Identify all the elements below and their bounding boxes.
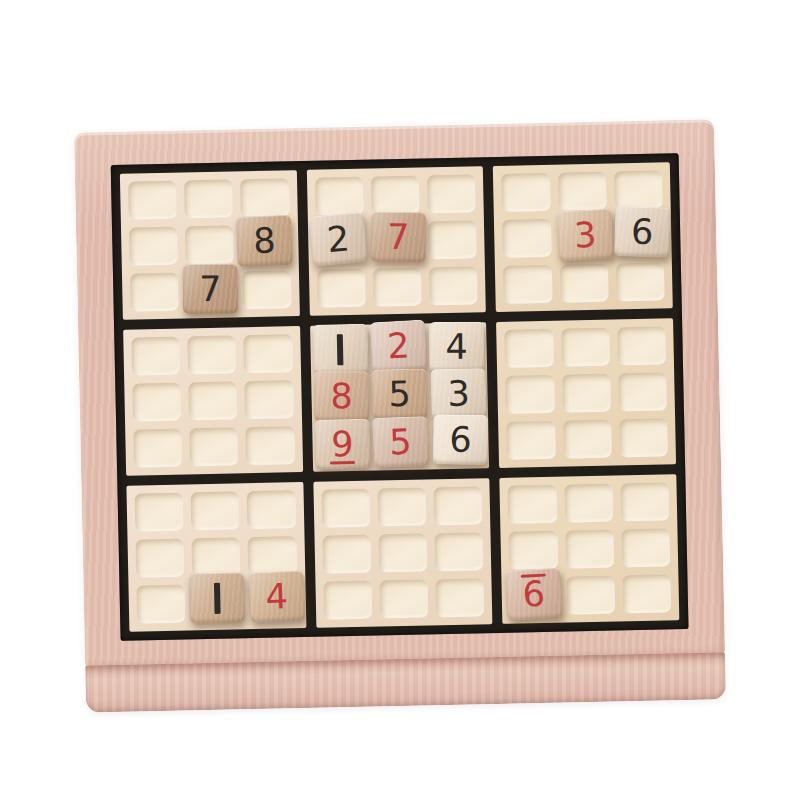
tile-digit: 4	[264, 579, 288, 615]
board-cell[interactable]	[429, 266, 478, 305]
tile-digit: 4	[446, 329, 468, 364]
board-cell[interactable]	[245, 380, 294, 419]
board-cell[interactable]	[621, 528, 670, 567]
board-cell[interactable]	[185, 225, 234, 264]
sudoku-tile[interactable]: 8	[235, 215, 292, 267]
sudoku-tile[interactable]: 6	[433, 414, 489, 465]
board-cell[interactable]	[133, 429, 182, 468]
board-cell[interactable]	[501, 173, 550, 212]
board-cell[interactable]	[192, 537, 241, 576]
tile-digit: 8	[330, 379, 352, 414]
sudoku-tile[interactable]: 6	[614, 206, 671, 258]
board-cell[interactable]: 1	[318, 333, 367, 372]
sudoku-tile[interactable]: 5	[372, 416, 429, 468]
board-cell[interactable]	[377, 487, 426, 526]
tile-digit: 3	[447, 376, 470, 411]
sudoku-board: 872736124853956146	[74, 119, 726, 712]
sudoku-tile[interactable]: 5	[372, 368, 428, 419]
sudoku-tile[interactable]: 1	[312, 324, 368, 375]
board-cell[interactable]	[184, 179, 233, 218]
board-cell[interactable]: 9	[320, 425, 369, 464]
board-cell[interactable]	[508, 485, 557, 524]
tile-digit: 1	[337, 334, 344, 365]
board-cell[interactable]	[240, 178, 289, 217]
board-cell[interactable]	[373, 268, 422, 307]
board-cell[interactable]: 3	[558, 218, 607, 257]
board-cell[interactable]	[617, 326, 666, 365]
tile-digit: 9	[331, 426, 354, 461]
tile-digit: 5	[388, 376, 411, 411]
board-black-mat: 872736124853956146	[111, 153, 689, 641]
board-cell[interactable]	[428, 220, 477, 259]
tile-digit: 8	[252, 223, 276, 259]
board-cell[interactable]	[371, 176, 420, 215]
board-cell[interactable]	[130, 273, 179, 312]
board-cell[interactable]: 6	[432, 422, 481, 461]
board-cell[interactable]	[502, 219, 551, 258]
tile-digit: 6	[449, 422, 472, 457]
board-cell[interactable]	[616, 262, 665, 301]
board-cell[interactable]	[189, 427, 238, 466]
board-box: 87	[120, 170, 300, 320]
board-field: 872736124853956146	[120, 162, 679, 631]
board-cell[interactable]	[129, 227, 178, 266]
board-box: 124853956	[310, 322, 490, 472]
tile-underline-mark	[330, 461, 355, 465]
board-cell[interactable]	[506, 421, 555, 460]
board-cell[interactable]	[509, 531, 558, 570]
sudoku-tile[interactable]: 4	[248, 571, 305, 623]
board-cell[interactable]: 6	[615, 216, 664, 255]
tile-digit: 7	[199, 271, 221, 306]
board-cell[interactable]	[135, 493, 184, 532]
board-cell[interactable]: 3	[431, 376, 480, 415]
board-cell[interactable]	[136, 539, 185, 578]
sudoku-tile[interactable]: 2	[370, 320, 428, 373]
board-cell[interactable]	[434, 486, 483, 525]
board-box: 14	[126, 482, 306, 632]
board-cell[interactable]	[559, 264, 608, 303]
sudoku-tile[interactable]: 7	[370, 212, 426, 263]
board-cell[interactable]	[622, 574, 671, 613]
board-cell[interactable]: 8	[319, 379, 368, 418]
sudoku-tile[interactable]: 8	[314, 371, 369, 421]
board-cell[interactable]	[378, 533, 427, 572]
board-cell[interactable]: 4	[430, 330, 479, 369]
sudoku-tile[interactable]: 9	[314, 419, 370, 470]
sudoku-tile[interactable]: 3	[556, 209, 614, 262]
sudoku-tile[interactable]: 2	[308, 212, 367, 267]
board-cell[interactable]	[191, 491, 240, 530]
sudoku-tile[interactable]: 6	[505, 568, 563, 621]
board-cell[interactable]	[246, 426, 295, 465]
tile-digit: 7	[387, 219, 410, 254]
board-cell[interactable]	[131, 337, 180, 376]
board-cell[interactable]	[427, 174, 476, 213]
board-cell[interactable]	[619, 418, 668, 457]
board-cell[interactable]	[435, 532, 484, 571]
sudoku-tile[interactable]: 1	[189, 572, 245, 623]
tile-digit: 6	[630, 214, 653, 250]
board-cell[interactable]	[505, 329, 554, 368]
board-cell[interactable]	[614, 170, 663, 209]
board-cell[interactable]: 4	[249, 582, 298, 621]
tile-digit: 1	[214, 582, 221, 613]
tile-digit: 3	[573, 217, 597, 253]
board-box	[123, 326, 303, 476]
board-cell[interactable]: 2	[374, 332, 423, 371]
board-cell[interactable]	[562, 374, 611, 413]
board-box: 36	[493, 162, 673, 312]
tile-digit: 2	[386, 328, 410, 364]
board-cell[interactable]	[618, 372, 667, 411]
board-frame: 872736124853956146	[74, 119, 725, 666]
board-cell[interactable]	[321, 489, 370, 528]
sudoku-tile[interactable]: 3	[431, 368, 487, 419]
board-box	[313, 478, 493, 628]
board-box: 6	[500, 474, 680, 624]
board-cell[interactable]	[136, 585, 185, 624]
tile-digit: 6	[522, 576, 546, 612]
board-box: 27	[306, 166, 486, 316]
board-cell[interactable]	[188, 335, 237, 374]
board-cell[interactable]: 8	[241, 224, 290, 263]
board-cell[interactable]	[620, 482, 669, 521]
board-cell[interactable]	[248, 536, 297, 575]
board-cell[interactable]: 6	[510, 577, 559, 616]
board-cell[interactable]	[188, 381, 237, 420]
board-cell[interactable]	[322, 535, 371, 574]
board-cell[interactable]	[561, 328, 610, 367]
board-cell[interactable]	[242, 270, 291, 309]
board-cell[interactable]	[557, 172, 606, 211]
board-cell[interactable]	[379, 579, 428, 618]
board-cell[interactable]	[315, 177, 364, 216]
board-cell[interactable]	[565, 530, 614, 569]
board-cell[interactable]	[132, 383, 181, 422]
tile-digit: 5	[389, 424, 413, 460]
board-cell[interactable]	[436, 578, 485, 617]
board-cell[interactable]	[247, 490, 296, 529]
board-cell[interactable]	[563, 420, 612, 459]
board-cell[interactable]	[244, 334, 293, 373]
board-cell[interactable]	[323, 581, 372, 620]
board-cell[interactable]	[564, 484, 613, 523]
board-cell[interactable]	[566, 576, 615, 615]
board-cell[interactable]	[506, 375, 555, 414]
sudoku-tile[interactable]: 7	[183, 264, 238, 314]
board-cell[interactable]: 7	[186, 271, 235, 310]
board-cell[interactable]: 1	[193, 583, 242, 622]
board-cell[interactable]: 2	[316, 223, 365, 262]
board-cell[interactable]	[317, 269, 366, 308]
board-cell[interactable]: 5	[376, 423, 425, 462]
sudoku-tile[interactable]: 4	[429, 322, 484, 372]
board-cell[interactable]: 5	[375, 378, 424, 417]
tile-digit: 2	[325, 221, 350, 258]
board-cell[interactable]	[128, 181, 177, 220]
board-cell[interactable]: 7	[372, 222, 421, 261]
board-box	[496, 318, 676, 468]
board-cell[interactable]	[503, 265, 552, 304]
photo-canvas: 872736124853956146	[0, 0, 800, 800]
